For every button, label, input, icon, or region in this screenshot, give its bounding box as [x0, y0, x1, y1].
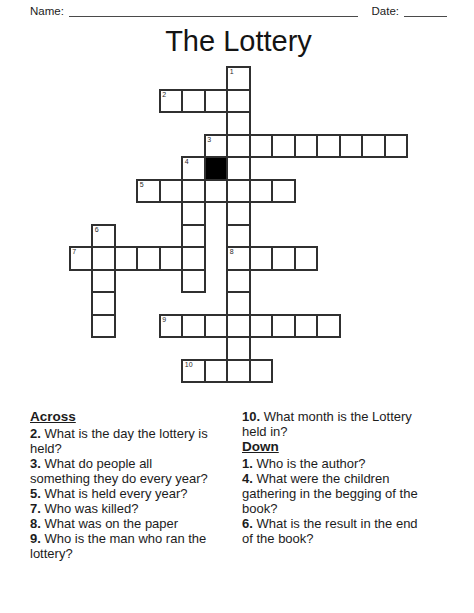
- grid-cell[interactable]: [249, 314, 274, 339]
- clue-number-label: 4: [185, 158, 189, 166]
- clue-number: 10.: [242, 409, 260, 424]
- grid-cell[interactable]: [226, 111, 251, 136]
- clue-number: 5.: [30, 486, 41, 501]
- grid-cell[interactable]: [384, 134, 409, 159]
- clue-number: 1.: [242, 456, 253, 471]
- clue-number-label: 8: [230, 248, 234, 256]
- grid-cell[interactable]: [316, 134, 341, 159]
- across-clues-continued: 10. What month is the Lottery held in?: [242, 409, 428, 439]
- grid-cell[interactable]: [249, 359, 274, 384]
- name-blank-line[interactable]: [69, 5, 358, 17]
- grid-cell[interactable]: [226, 156, 251, 181]
- grid-cell[interactable]: [181, 179, 206, 204]
- clue-number: 9.: [30, 531, 41, 546]
- grid-cell[interactable]: [159, 246, 184, 271]
- across-clues-list: 2. What is the day the lottery is held?3…: [30, 426, 212, 561]
- clue-number-label: 7: [72, 248, 76, 256]
- grid-cell[interactable]: [226, 336, 251, 361]
- grid-cell[interactable]: [226, 224, 251, 249]
- grid-cell[interactable]: 3: [204, 134, 229, 159]
- clue-number-label: 6: [95, 226, 99, 234]
- clue-number: 2.: [30, 426, 41, 441]
- clue-item: 3. What do people all something they do …: [30, 456, 212, 486]
- worksheet-page: Name: Date: The Lottery 12345678910 Acro…: [0, 0, 474, 561]
- grid-cell[interactable]: [181, 269, 206, 294]
- clue-number-label: 5: [140, 181, 144, 189]
- grid-cell[interactable]: 1: [226, 66, 251, 91]
- grid-cell[interactable]: [159, 179, 184, 204]
- grid-cell[interactable]: [226, 269, 251, 294]
- name-label: Name:: [30, 5, 64, 18]
- clue-number-label: 2: [162, 91, 166, 99]
- grid-cell[interactable]: [316, 314, 341, 339]
- clue-number: 4.: [242, 471, 253, 486]
- grid-cell[interactable]: [204, 179, 229, 204]
- grid-cell[interactable]: [226, 314, 251, 339]
- clue-item: 1. Who is the author?: [242, 456, 428, 471]
- grid-cell[interactable]: [136, 246, 161, 271]
- grid-cell[interactable]: [226, 179, 251, 204]
- grid-cell[interactable]: [294, 246, 319, 271]
- clue-item: 2. What is the day the lottery is held?: [30, 426, 212, 456]
- grid-cell[interactable]: [226, 291, 251, 316]
- black-cell: [204, 156, 229, 181]
- across-heading: Across: [30, 409, 212, 424]
- grid-cell[interactable]: [249, 134, 274, 159]
- clues-right-column: 10. What month is the Lottery held in? D…: [242, 409, 428, 561]
- grid-cell[interactable]: 6: [91, 224, 116, 249]
- date-label: Date:: [372, 5, 400, 18]
- grid-cell[interactable]: [91, 269, 116, 294]
- grid-cell[interactable]: [226, 201, 251, 226]
- clue-number-label: 3: [207, 136, 211, 144]
- grid-cell[interactable]: 7: [69, 246, 94, 271]
- clue-number: 7.: [30, 501, 41, 516]
- grid-cell[interactable]: [271, 179, 296, 204]
- grid-cell[interactable]: [294, 314, 319, 339]
- grid-cell[interactable]: 9: [159, 314, 184, 339]
- grid-cell[interactable]: 4: [181, 156, 206, 181]
- grid-cell[interactable]: [249, 179, 274, 204]
- grid-cell[interactable]: [361, 134, 386, 159]
- clue-item: 10. What month is the Lottery held in?: [242, 409, 428, 439]
- grid-cell[interactable]: [294, 134, 319, 159]
- grid-cell[interactable]: [91, 246, 116, 271]
- grid-cell[interactable]: [204, 89, 229, 114]
- crossword-grid: 12345678910: [69, 66, 409, 384]
- clues-section: Across 2. What is the day the lottery is…: [30, 409, 447, 561]
- down-heading: Down: [242, 439, 428, 454]
- grid-cell[interactable]: [249, 246, 274, 271]
- clue-number-label: 9: [162, 316, 166, 324]
- grid-cell[interactable]: [204, 314, 229, 339]
- clue-number-label: 1: [230, 68, 234, 76]
- down-clues-list: 1. Who is the author?4. What were the ch…: [242, 456, 428, 546]
- grid-cell[interactable]: [339, 134, 364, 159]
- puzzle-title: The Lottery: [30, 25, 447, 57]
- clue-number: 6.: [242, 516, 253, 531]
- clue-item: 4. What were the children gathering in t…: [242, 471, 428, 516]
- grid-cell[interactable]: [91, 314, 116, 339]
- grid-cell[interactable]: [181, 201, 206, 226]
- clues-left-column: Across 2. What is the day the lottery is…: [30, 409, 212, 561]
- grid-cell[interactable]: [271, 246, 296, 271]
- grid-cell[interactable]: [226, 89, 251, 114]
- grid-cell[interactable]: [91, 291, 116, 316]
- grid-cell[interactable]: [226, 134, 251, 159]
- grid-cell[interactable]: 5: [136, 179, 161, 204]
- grid-cell[interactable]: [204, 359, 229, 384]
- grid-cell[interactable]: [271, 134, 296, 159]
- clue-item: 9. Who is the man who ran the lottery?: [30, 531, 212, 561]
- name-date-row: Name: Date:: [30, 5, 447, 18]
- clue-number: 8.: [30, 516, 41, 531]
- grid-cell[interactable]: [114, 246, 139, 271]
- grid-cell[interactable]: [226, 359, 251, 384]
- grid-cell[interactable]: [181, 314, 206, 339]
- grid-cell[interactable]: [181, 246, 206, 271]
- grid-cell[interactable]: [181, 89, 206, 114]
- grid-cell[interactable]: 8: [226, 246, 251, 271]
- clue-item: 5. What is held every year?: [30, 486, 212, 501]
- clue-item: 7. Who was killed?: [30, 501, 212, 516]
- clue-number-label: 10: [185, 361, 193, 369]
- grid-cell[interactable]: [271, 314, 296, 339]
- grid-cell[interactable]: 10: [181, 359, 206, 384]
- grid-cell[interactable]: [181, 224, 206, 249]
- clue-item: 8. What was on the paper: [30, 516, 212, 531]
- clue-number: 3.: [30, 456, 41, 471]
- grid-cell[interactable]: 2: [159, 89, 184, 114]
- clue-item: 6. What is the result in the end of the …: [242, 516, 428, 546]
- date-blank-line[interactable]: [404, 5, 447, 17]
